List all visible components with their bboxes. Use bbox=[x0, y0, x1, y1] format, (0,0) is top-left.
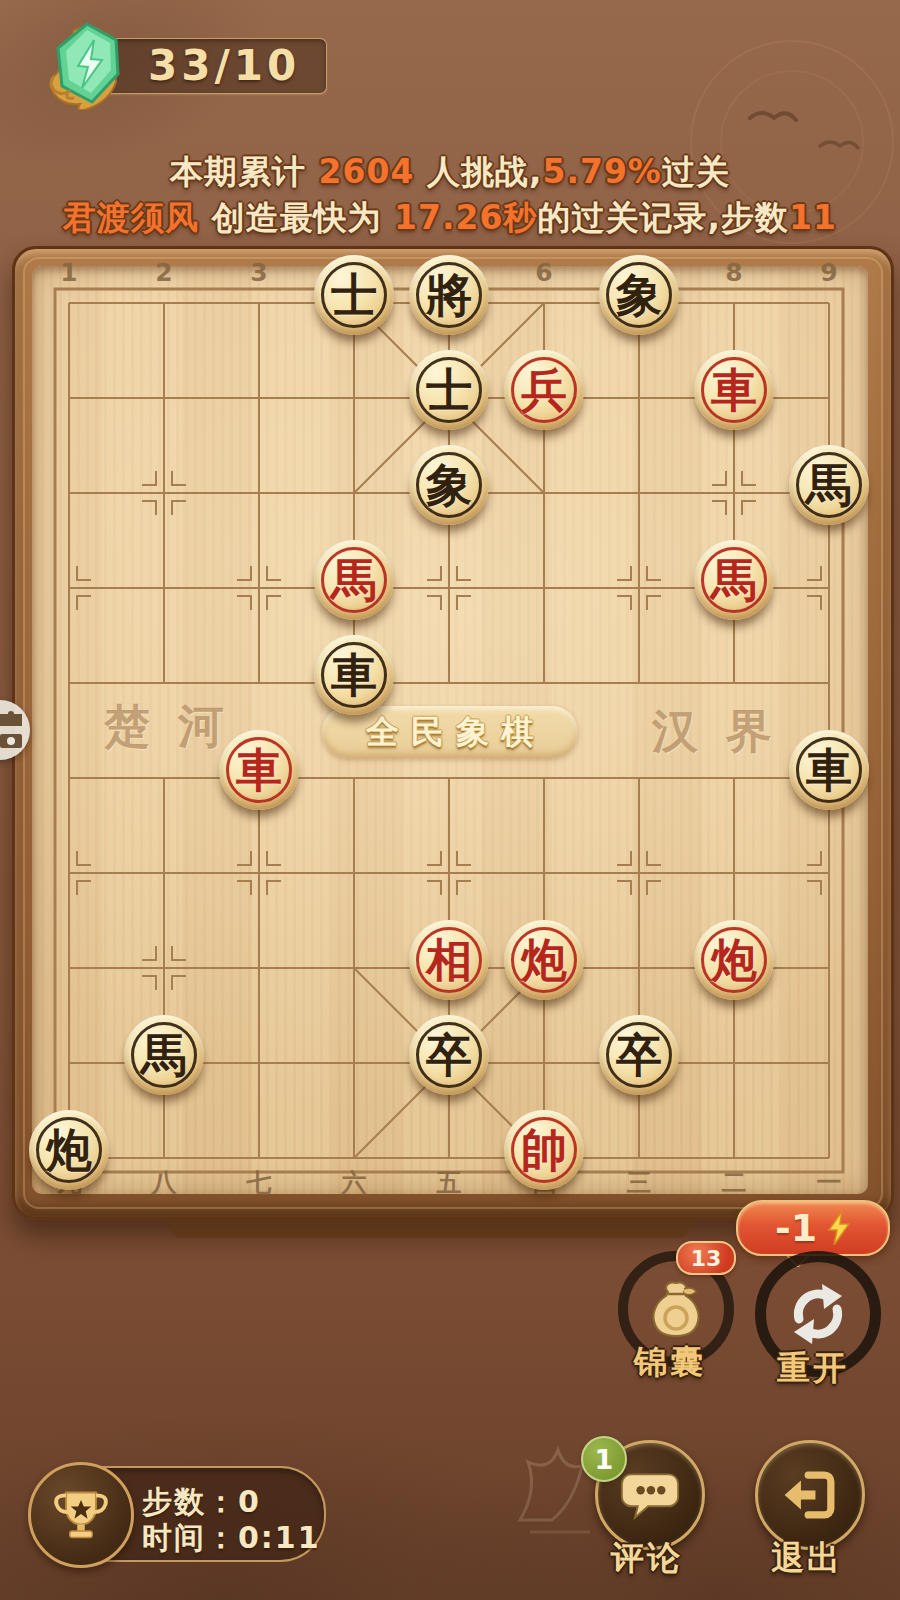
time-value: 0:11 bbox=[238, 1520, 321, 1555]
trophy-icon bbox=[51, 1485, 111, 1545]
moves-label: 步数： bbox=[142, 1484, 238, 1519]
piece-black-象[interactable]: 象 bbox=[409, 445, 489, 525]
piece-glyph: 相 bbox=[426, 937, 472, 983]
piece-red-炮[interactable]: 炮 bbox=[694, 920, 774, 1000]
file-label-top: 2 bbox=[149, 258, 179, 287]
stats-text-segment: 11 bbox=[789, 198, 837, 237]
piece-red-車[interactable]: 車 bbox=[694, 350, 774, 430]
piece-red-車[interactable]: 車 bbox=[219, 730, 299, 810]
piece-black-車[interactable]: 車 bbox=[789, 730, 869, 810]
piece-glyph: 士 bbox=[426, 367, 472, 413]
piece-black-象[interactable]: 象 bbox=[599, 255, 679, 335]
stats-text-segment: 创造最快为 bbox=[199, 198, 394, 237]
piece-black-炮[interactable]: 炮 bbox=[29, 1110, 109, 1190]
piece-red-帥[interactable]: 帥 bbox=[504, 1110, 584, 1190]
hint-count-badge: 13 bbox=[676, 1241, 736, 1275]
piece-glyph: 象 bbox=[616, 272, 662, 318]
file-label-top: 8 bbox=[719, 258, 749, 287]
piece-glyph: 炮 bbox=[46, 1127, 92, 1173]
file-label-bottom: 一 bbox=[814, 1166, 844, 1199]
comment-label: 评论 bbox=[595, 1536, 699, 1581]
file-label-top: 6 bbox=[529, 258, 559, 287]
cost-value: -1 bbox=[775, 1206, 817, 1250]
stats-text-segment: 17.26秒 bbox=[394, 198, 537, 237]
piece-glyph: 馬 bbox=[806, 462, 852, 508]
piece-black-士[interactable]: 士 bbox=[314, 255, 394, 335]
piece-glyph: 馬 bbox=[711, 557, 757, 603]
game-screen: 33/10 本期累计 2604 人挑战,5.79%过关 君渡须风 创造最快为 1… bbox=[0, 0, 900, 1600]
river-label-right: 汉界 bbox=[652, 701, 800, 763]
file-label-bottom: 二 bbox=[719, 1166, 749, 1199]
exit-icon bbox=[781, 1466, 839, 1524]
file-label-bottom: 五 bbox=[434, 1166, 464, 1199]
file-label-top: 9 bbox=[814, 258, 844, 287]
piece-black-車[interactable]: 車 bbox=[314, 635, 394, 715]
piece-black-卒[interactable]: 卒 bbox=[599, 1015, 679, 1095]
moves-row: 步数：0 bbox=[142, 1482, 261, 1523]
piece-glyph: 車 bbox=[711, 367, 757, 413]
piece-black-卒[interactable]: 卒 bbox=[409, 1015, 489, 1095]
piece-glyph: 車 bbox=[806, 747, 852, 793]
file-label-bottom: 六 bbox=[339, 1166, 369, 1199]
file-label-top: 3 bbox=[244, 258, 274, 287]
piece-red-炮[interactable]: 炮 bbox=[504, 920, 584, 1000]
file-label-top: 1 bbox=[54, 258, 84, 287]
hint-button[interactable]: 13 锦囊 bbox=[606, 1244, 734, 1374]
chat-bubble-icon bbox=[619, 1465, 681, 1525]
time-label: 时间： bbox=[142, 1520, 238, 1555]
comment-count-badge: 1 bbox=[581, 1436, 627, 1482]
piece-glyph: 炮 bbox=[521, 937, 567, 983]
file-label-bottom: 七 bbox=[244, 1166, 274, 1199]
piece-black-將[interactable]: 將 bbox=[409, 255, 489, 335]
refresh-icon bbox=[786, 1282, 850, 1346]
restart-label: 重开 bbox=[748, 1346, 878, 1391]
energy-value: 33/10 bbox=[148, 41, 300, 90]
piece-black-馬[interactable]: 馬 bbox=[789, 445, 869, 525]
money-bag-icon bbox=[644, 1277, 708, 1341]
time-row: 时间：0:11 bbox=[142, 1518, 321, 1559]
stats-text-segment: 人挑战, bbox=[414, 152, 542, 191]
puzzle-camera-icon bbox=[0, 710, 24, 750]
file-label-bottom: 三 bbox=[624, 1166, 654, 1199]
piece-glyph: 車 bbox=[236, 747, 282, 793]
stats-text-segment: 君渡须风 bbox=[63, 198, 199, 237]
lightning-icon bbox=[827, 1211, 851, 1245]
hint-label: 锦囊 bbox=[606, 1340, 734, 1385]
trophy-badge[interactable] bbox=[28, 1462, 134, 1568]
piece-glyph: 兵 bbox=[521, 367, 567, 413]
piece-red-馬[interactable]: 馬 bbox=[694, 540, 774, 620]
piece-glyph: 炮 bbox=[711, 937, 757, 983]
energy-counter: 33/10 bbox=[103, 38, 327, 94]
piece-glyph: 卒 bbox=[426, 1032, 472, 1078]
stats-text-segment: 的过关记录,步数 bbox=[537, 198, 789, 237]
piece-black-馬[interactable]: 馬 bbox=[124, 1015, 204, 1095]
piece-glyph: 馬 bbox=[331, 557, 377, 603]
piece-red-相[interactable]: 相 bbox=[409, 920, 489, 1000]
piece-glyph: 士 bbox=[331, 272, 377, 318]
piece-glyph: 將 bbox=[426, 272, 472, 318]
file-label-bottom: 八 bbox=[149, 1166, 179, 1199]
stats-text-segment: 过关 bbox=[662, 152, 730, 191]
piece-glyph: 象 bbox=[426, 462, 472, 508]
piece-glyph: 帥 bbox=[521, 1127, 567, 1173]
piece-glyph: 車 bbox=[331, 652, 377, 698]
exit-button[interactable] bbox=[755, 1440, 865, 1550]
stats-text-segment: 2604 bbox=[319, 152, 415, 191]
record-stats-line: 君渡须风 创造最快为 17.26秒的过关记录,步数11 bbox=[0, 196, 900, 241]
moves-value: 0 bbox=[238, 1484, 261, 1519]
piece-glyph: 卒 bbox=[616, 1032, 662, 1078]
challenge-stats-line: 本期累计 2604 人挑战,5.79%过关 bbox=[0, 150, 900, 195]
piece-glyph: 馬 bbox=[141, 1032, 187, 1078]
piece-red-馬[interactable]: 馬 bbox=[314, 540, 394, 620]
stats-text-segment: 本期累计 bbox=[170, 152, 319, 191]
piece-black-士[interactable]: 士 bbox=[409, 350, 489, 430]
piece-red-兵[interactable]: 兵 bbox=[504, 350, 584, 430]
restart-button[interactable]: 重开 bbox=[748, 1248, 878, 1378]
energy-gem-icon bbox=[44, 18, 130, 110]
exit-label: 退出 bbox=[755, 1536, 859, 1581]
stats-text-segment: 5.79% bbox=[542, 152, 662, 191]
game-logo-text: 全民象棋 bbox=[354, 710, 546, 755]
